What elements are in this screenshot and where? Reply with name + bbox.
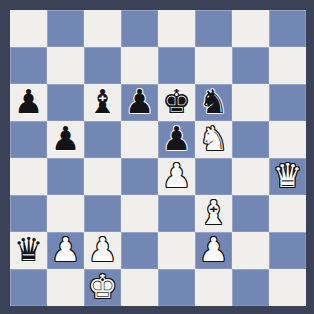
- black-pawn[interactable]: ♟: [162, 122, 192, 155]
- square-b8[interactable]: [47, 10, 84, 47]
- black-pawn[interactable]: ♟: [51, 122, 81, 155]
- square-f7[interactable]: [195, 47, 232, 84]
- square-d5[interactable]: [121, 121, 158, 158]
- square-b5[interactable]: ♟: [47, 121, 84, 158]
- square-b1[interactable]: [47, 269, 84, 306]
- white-pawn[interactable]: ♟: [162, 159, 192, 192]
- square-a6[interactable]: ♟: [10, 84, 47, 121]
- square-d6[interactable]: ♟: [121, 84, 158, 121]
- square-c5[interactable]: [84, 121, 121, 158]
- square-f8[interactable]: [195, 10, 232, 47]
- black-pawn[interactable]: ♟: [14, 85, 44, 118]
- square-f3[interactable]: ♝: [195, 195, 232, 232]
- square-a5[interactable]: [10, 121, 47, 158]
- black-king[interactable]: ♚: [162, 85, 192, 118]
- square-e1[interactable]: [158, 269, 195, 306]
- black-queen[interactable]: ♛: [14, 233, 44, 266]
- square-a2[interactable]: ♛: [10, 232, 47, 269]
- square-h4[interactable]: ♛: [269, 158, 306, 195]
- white-pawn[interactable]: ♟: [199, 233, 229, 266]
- white-queen[interactable]: ♛: [273, 159, 303, 192]
- square-c6[interactable]: ♝: [84, 84, 121, 121]
- black-bishop[interactable]: ♝: [88, 85, 118, 118]
- square-e7[interactable]: [158, 47, 195, 84]
- square-b2[interactable]: ♟: [47, 232, 84, 269]
- square-c3[interactable]: [84, 195, 121, 232]
- square-e5[interactable]: ♟: [158, 121, 195, 158]
- square-f2[interactable]: ♟: [195, 232, 232, 269]
- square-a3[interactable]: [10, 195, 47, 232]
- square-g4[interactable]: [232, 158, 269, 195]
- square-c7[interactable]: [84, 47, 121, 84]
- square-f6[interactable]: ♞: [195, 84, 232, 121]
- square-b3[interactable]: [47, 195, 84, 232]
- square-d7[interactable]: [121, 47, 158, 84]
- square-g2[interactable]: [232, 232, 269, 269]
- square-d3[interactable]: [121, 195, 158, 232]
- square-h7[interactable]: [269, 47, 306, 84]
- square-h6[interactable]: [269, 84, 306, 121]
- chess-board-frame: ♟♝♟♚♞♟♟♞♟♛♝♛♟♟♟♚: [0, 0, 314, 314]
- white-bishop[interactable]: ♝: [199, 196, 229, 229]
- square-e8[interactable]: [158, 10, 195, 47]
- square-c2[interactable]: ♟: [84, 232, 121, 269]
- square-e3[interactable]: [158, 195, 195, 232]
- square-g5[interactable]: [232, 121, 269, 158]
- square-e6[interactable]: ♚: [158, 84, 195, 121]
- square-b6[interactable]: [47, 84, 84, 121]
- black-pawn[interactable]: ♟: [125, 85, 155, 118]
- square-f1[interactable]: [195, 269, 232, 306]
- square-f5[interactable]: ♞: [195, 121, 232, 158]
- square-d2[interactable]: [121, 232, 158, 269]
- square-h2[interactable]: [269, 232, 306, 269]
- square-d1[interactable]: [121, 269, 158, 306]
- square-h5[interactable]: [269, 121, 306, 158]
- white-pawn[interactable]: ♟: [51, 233, 81, 266]
- square-f4[interactable]: [195, 158, 232, 195]
- square-d4[interactable]: [121, 158, 158, 195]
- square-e4[interactable]: ♟: [158, 158, 195, 195]
- square-h1[interactable]: [269, 269, 306, 306]
- white-king[interactable]: ♚: [88, 270, 118, 303]
- chess-board: ♟♝♟♚♞♟♟♞♟♛♝♛♟♟♟♚: [10, 10, 306, 306]
- white-knight[interactable]: ♞: [199, 122, 229, 155]
- square-g7[interactable]: [232, 47, 269, 84]
- square-h3[interactable]: [269, 195, 306, 232]
- square-b4[interactable]: [47, 158, 84, 195]
- square-c4[interactable]: [84, 158, 121, 195]
- square-g3[interactable]: [232, 195, 269, 232]
- square-g6[interactable]: [232, 84, 269, 121]
- white-pawn[interactable]: ♟: [88, 233, 118, 266]
- square-g8[interactable]: [232, 10, 269, 47]
- black-knight[interactable]: ♞: [199, 85, 229, 118]
- square-a8[interactable]: [10, 10, 47, 47]
- square-b7[interactable]: [47, 47, 84, 84]
- square-d8[interactable]: [121, 10, 158, 47]
- square-c8[interactable]: [84, 10, 121, 47]
- square-c1[interactable]: ♚: [84, 269, 121, 306]
- square-a1[interactable]: [10, 269, 47, 306]
- square-a7[interactable]: [10, 47, 47, 84]
- square-a4[interactable]: [10, 158, 47, 195]
- square-e2[interactable]: [158, 232, 195, 269]
- square-g1[interactable]: [232, 269, 269, 306]
- square-h8[interactable]: [269, 10, 306, 47]
